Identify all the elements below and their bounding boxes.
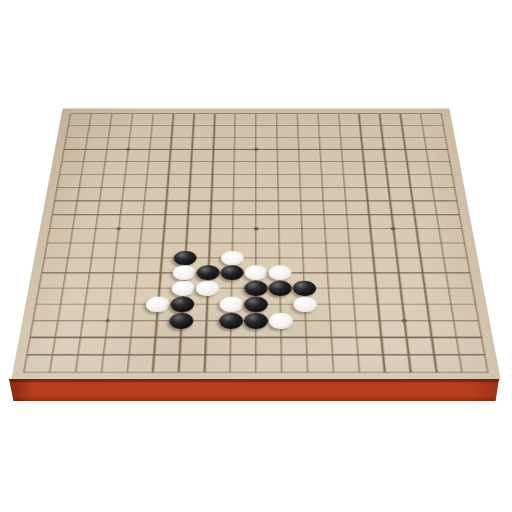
black-stone [170,297,194,313]
star-point [126,148,131,150]
star-point [402,319,407,322]
go-board-photo [0,0,512,512]
star-point [116,227,121,230]
black-stone [174,251,197,265]
black-stone [268,281,291,296]
white-stone [220,297,244,313]
white-stone [172,281,196,296]
white-stone [146,297,171,313]
white-stone [244,266,267,281]
white-stone [221,251,244,265]
grid-line-horizontal [24,372,488,373]
white-stone [269,313,293,329]
black-stone [219,313,243,329]
board-front-edge [9,379,499,401]
grid-line-horizontal [45,257,468,258]
grid-line-horizontal [30,337,482,338]
star-point [254,148,258,150]
board-grid [24,114,488,373]
black-stone [244,313,268,329]
white-stone [293,297,317,313]
black-stone [197,266,220,281]
star-point [105,319,110,322]
black-stone [169,313,194,329]
black-stone [244,281,267,296]
grid-line-horizontal [47,243,465,244]
star-point [254,227,259,230]
go-board-surface [11,108,501,381]
white-stone [268,266,291,281]
white-stone [196,281,220,296]
black-stone [244,297,268,313]
black-stone [221,266,244,281]
star-point [391,227,396,230]
black-stone [292,281,316,296]
white-stone [173,266,197,281]
board-scene [0,0,512,512]
grid-line-horizontal [27,354,485,355]
star-point [382,148,387,150]
